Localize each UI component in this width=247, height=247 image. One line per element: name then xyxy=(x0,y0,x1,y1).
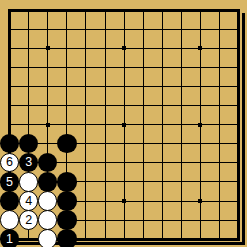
star-point xyxy=(198,199,202,203)
stone-black-move-5: 5 xyxy=(0,172,19,192)
stone-move-number: 5 xyxy=(6,176,13,189)
stone-move-number: 6 xyxy=(6,156,13,169)
stone-move-number: 3 xyxy=(25,156,32,169)
star-point xyxy=(198,46,202,50)
stone-black xyxy=(0,134,19,154)
stone-move-number: 1 xyxy=(6,233,13,246)
stone-black xyxy=(57,229,77,247)
stone-black xyxy=(38,172,58,192)
star-point xyxy=(46,46,50,50)
stone-white xyxy=(0,210,19,230)
stone-black-move-1: 1 xyxy=(0,229,19,247)
stone-black xyxy=(38,153,58,173)
stone-white xyxy=(19,172,39,192)
stone-white xyxy=(38,229,58,247)
stone-black xyxy=(57,134,77,154)
stone-move-number: 4 xyxy=(25,195,32,208)
stone-white xyxy=(38,191,58,211)
stone-move-number: 2 xyxy=(25,214,32,227)
stone-black xyxy=(0,191,19,211)
star-point xyxy=(198,123,202,127)
stone-black-move-3: 3 xyxy=(19,153,39,173)
go-diagram-screen: 635421 xyxy=(0,0,247,247)
stone-white xyxy=(38,210,58,230)
stone-black xyxy=(57,172,77,192)
star-point xyxy=(122,123,126,127)
stone-white-move-6: 6 xyxy=(0,153,19,173)
stone-black xyxy=(57,191,77,211)
go-board-grid[interactable]: 635421 xyxy=(0,0,247,247)
stone-white-move-4: 4 xyxy=(19,191,39,211)
stone-black xyxy=(19,134,39,154)
stone-black xyxy=(57,210,77,230)
stone-white-move-2: 2 xyxy=(19,210,39,230)
star-point xyxy=(122,46,126,50)
star-point xyxy=(46,123,50,127)
star-point xyxy=(122,199,126,203)
